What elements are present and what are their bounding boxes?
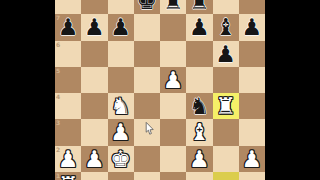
rank-label-4: 4	[56, 93, 60, 100]
square-f2[interactable]: ♟	[186, 146, 212, 172]
square-a8[interactable]: 8	[55, 0, 81, 14]
square-g5[interactable]	[213, 67, 239, 93]
square-g7[interactable]: ♝	[213, 14, 239, 40]
square-d7[interactable]	[134, 14, 160, 40]
square-a5[interactable]: 5	[55, 67, 81, 93]
square-b5[interactable]	[81, 67, 107, 93]
square-a3[interactable]: 3	[55, 119, 81, 145]
square-f7[interactable]: ♟	[186, 14, 212, 40]
square-c2[interactable]: ♚	[108, 146, 134, 172]
square-h8[interactable]	[239, 0, 265, 14]
square-d6[interactable]	[134, 41, 160, 67]
piece-white-pawn[interactable]: ♟	[189, 146, 210, 172]
square-h3[interactable]	[239, 119, 265, 145]
square-f5[interactable]	[186, 67, 212, 93]
piece-white-pawn[interactable]: ♟	[242, 146, 263, 172]
square-e2[interactable]	[160, 146, 186, 172]
piece-black-pawn[interactable]: ♟	[189, 14, 210, 40]
square-d4[interactable]	[134, 93, 160, 119]
piece-white-king[interactable]: ♚	[110, 146, 131, 172]
square-a2[interactable]: 2♟	[55, 146, 81, 172]
square-b4[interactable]	[81, 93, 107, 119]
square-c5[interactable]	[108, 67, 134, 93]
piece-white-rook[interactable]: ♜	[215, 93, 236, 119]
chess-board: 8♚♜♜7♟♟♟♟♝♟6♟5♟4♞♞♜3♟♝2♟♟♚♟♟1♜	[55, 0, 265, 180]
square-h5[interactable]	[239, 67, 265, 93]
square-g2[interactable]	[213, 146, 239, 172]
piece-black-rook[interactable]: ♜	[163, 0, 184, 14]
square-f1[interactable]	[186, 172, 212, 180]
piece-black-knight[interactable]: ♞	[189, 93, 210, 119]
piece-white-pawn[interactable]: ♟	[110, 119, 131, 145]
square-e7[interactable]	[160, 14, 186, 40]
square-e4[interactable]	[160, 93, 186, 119]
square-g6[interactable]: ♟	[213, 41, 239, 67]
square-e6[interactable]	[160, 41, 186, 67]
piece-white-pawn[interactable]: ♟	[58, 146, 79, 172]
piece-black-rook[interactable]: ♜	[189, 0, 210, 14]
square-f3[interactable]: ♝	[186, 119, 212, 145]
square-a7[interactable]: 7♟	[55, 14, 81, 40]
piece-black-pawn[interactable]: ♟	[58, 14, 79, 40]
rank-label-3: 3	[56, 119, 60, 126]
rank-label-6: 6	[56, 41, 60, 48]
square-h6[interactable]	[239, 41, 265, 67]
piece-white-knight[interactable]: ♞	[110, 93, 131, 119]
square-a6[interactable]: 6	[55, 41, 81, 67]
piece-black-king[interactable]: ♚	[137, 0, 158, 14]
square-e5[interactable]: ♟	[160, 67, 186, 93]
piece-white-bishop[interactable]: ♝	[189, 119, 210, 145]
square-g4[interactable]: ♜	[213, 93, 239, 119]
piece-black-pawn[interactable]: ♟	[215, 41, 236, 67]
square-h2[interactable]: ♟	[239, 146, 265, 172]
square-b8[interactable]	[81, 0, 107, 14]
piece-black-pawn[interactable]: ♟	[84, 14, 105, 40]
square-g8[interactable]	[213, 0, 239, 14]
square-e3[interactable]	[160, 119, 186, 145]
square-c3[interactable]: ♟	[108, 119, 134, 145]
square-c7[interactable]: ♟	[108, 14, 134, 40]
square-c8[interactable]	[108, 0, 134, 14]
square-d1[interactable]	[134, 172, 160, 180]
piece-white-pawn[interactable]: ♟	[163, 67, 184, 93]
square-b2[interactable]: ♟	[81, 146, 107, 172]
square-b7[interactable]: ♟	[81, 14, 107, 40]
letterbox-right	[265, 0, 320, 180]
square-h1[interactable]	[239, 172, 265, 180]
square-f8[interactable]: ♜	[186, 0, 212, 14]
square-d8[interactable]: ♚	[134, 0, 160, 14]
square-c4[interactable]: ♞	[108, 93, 134, 119]
square-a1[interactable]: 1♜	[55, 172, 81, 180]
square-d5[interactable]	[134, 67, 160, 93]
square-d3[interactable]	[134, 119, 160, 145]
square-f6[interactable]	[186, 41, 212, 67]
letterbox-left	[0, 0, 55, 180]
square-b1[interactable]	[81, 172, 107, 180]
square-h7[interactable]: ♟	[239, 14, 265, 40]
square-d2[interactable]	[134, 146, 160, 172]
square-e1[interactable]	[160, 172, 186, 180]
square-e8[interactable]: ♜	[160, 0, 186, 14]
square-h4[interactable]	[239, 93, 265, 119]
rank-label-5: 5	[56, 67, 60, 74]
piece-white-pawn[interactable]: ♟	[84, 146, 105, 172]
square-g3[interactable]	[213, 119, 239, 145]
square-c6[interactable]	[108, 41, 134, 67]
piece-white-rook[interactable]: ♜	[58, 172, 79, 180]
piece-black-pawn[interactable]: ♟	[242, 14, 263, 40]
square-b3[interactable]	[81, 119, 107, 145]
square-c1[interactable]	[108, 172, 134, 180]
square-a4[interactable]: 4	[55, 93, 81, 119]
piece-black-pawn[interactable]: ♟	[110, 14, 131, 40]
piece-black-bishop[interactable]: ♝	[215, 14, 236, 40]
square-b6[interactable]	[81, 41, 107, 67]
square-g1[interactable]	[213, 172, 239, 180]
square-f4[interactable]: ♞	[186, 93, 212, 119]
